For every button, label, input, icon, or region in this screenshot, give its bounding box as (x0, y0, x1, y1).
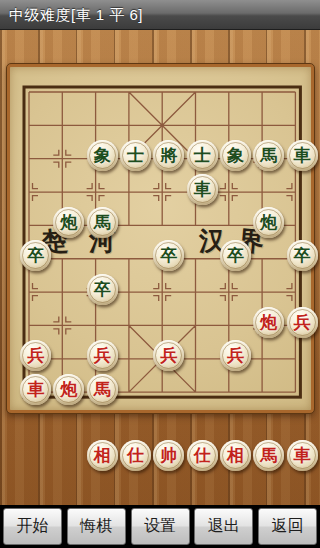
piece-black-elephant[interactable]: 象 (220, 140, 251, 171)
piece-red-advisor[interactable]: 仕 (120, 440, 151, 471)
bottom-button-bar: 开始 悔棋 设置 退出 返回 (0, 505, 320, 548)
title-text: 中级难度[車 1 平 6] (9, 6, 143, 23)
piece-black-chariot[interactable]: 車 (287, 140, 318, 171)
piece-red-advisor[interactable]: 仕 (187, 440, 218, 471)
piece-red-soldier[interactable]: 兵 (20, 340, 51, 371)
pieces-grid: 象士將士象馬車車炮馬炮卒卒卒卒卒炮兵兵兵兵兵車炮馬相仕帅仕相馬車 (19, 139, 319, 472)
settings-button[interactable]: 设置 (131, 508, 190, 545)
piece-black-soldier[interactable]: 卒 (153, 240, 184, 271)
piece-red-chariot[interactable]: 車 (20, 374, 51, 405)
piece-black-soldier[interactable]: 卒 (87, 274, 118, 305)
title-bar: 中级难度[車 1 平 6] (0, 0, 320, 30)
piece-black-cannon[interactable]: 炮 (253, 207, 284, 238)
piece-black-chariot[interactable]: 車 (187, 174, 218, 205)
piece-black-advisor[interactable]: 士 (120, 140, 151, 171)
piece-black-elephant[interactable]: 象 (87, 140, 118, 171)
piece-black-soldier[interactable]: 卒 (20, 240, 51, 271)
piece-red-cannon[interactable]: 炮 (53, 374, 84, 405)
start-button[interactable]: 开始 (3, 508, 62, 545)
piece-red-soldier[interactable]: 兵 (87, 340, 118, 371)
piece-black-cannon[interactable]: 炮 (53, 207, 84, 238)
piece-red-horse[interactable]: 馬 (87, 374, 118, 405)
piece-black-horse[interactable]: 馬 (87, 207, 118, 238)
back-button[interactable]: 返回 (258, 508, 317, 545)
piece-red-cannon[interactable]: 炮 (253, 307, 284, 338)
piece-red-elephant[interactable]: 相 (220, 440, 251, 471)
piece-black-horse[interactable]: 馬 (253, 140, 284, 171)
piece-red-soldier[interactable]: 兵 (220, 340, 251, 371)
piece-black-soldier[interactable]: 卒 (220, 240, 251, 271)
piece-black-soldier[interactable]: 卒 (287, 240, 318, 271)
xiangqi-board: 楚河 汉界 象士將士象馬車車炮馬炮卒卒卒卒卒炮兵兵兵兵兵車炮馬相仕帅仕相馬車 (7, 64, 314, 413)
piece-red-elephant[interactable]: 相 (87, 440, 118, 471)
piece-red-soldier[interactable]: 兵 (287, 307, 318, 338)
piece-black-advisor[interactable]: 士 (187, 140, 218, 171)
undo-button[interactable]: 悔棋 (67, 508, 126, 545)
piece-red-general[interactable]: 帅 (153, 440, 184, 471)
exit-button[interactable]: 退出 (194, 508, 253, 545)
piece-red-soldier[interactable]: 兵 (153, 340, 184, 371)
piece-red-horse[interactable]: 馬 (253, 440, 284, 471)
piece-red-chariot[interactable]: 車 (287, 440, 318, 471)
piece-black-general[interactable]: 將 (153, 140, 184, 171)
